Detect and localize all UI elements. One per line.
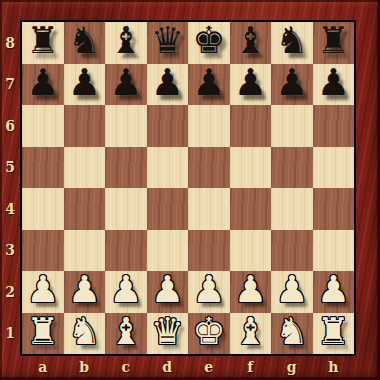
square-g1[interactable]: ♞ bbox=[271, 313, 313, 355]
square-g6[interactable] bbox=[271, 105, 313, 147]
square-g8[interactable]: ♞ bbox=[271, 22, 313, 64]
square-h5[interactable] bbox=[313, 147, 355, 189]
square-h2[interactable]: ♟ bbox=[313, 271, 355, 313]
piece-white-pawn[interactable]: ♟ bbox=[317, 271, 350, 308]
piece-black-queen[interactable]: ♛ bbox=[151, 22, 184, 59]
file-label-f: f bbox=[230, 356, 272, 378]
piece-black-pawn[interactable]: ♟ bbox=[68, 64, 101, 101]
square-c2[interactable]: ♟ bbox=[105, 271, 147, 313]
square-c8[interactable]: ♝ bbox=[105, 22, 147, 64]
piece-white-pawn[interactable]: ♟ bbox=[275, 271, 308, 308]
square-e3[interactable] bbox=[188, 230, 230, 272]
chess-board[interactable]: ♜♞♝♛♚♝♞♜♟♟♟♟♟♟♟♟♟♟♟♟♟♟♟♟♜♞♝♛♚♝♞♜ bbox=[20, 20, 356, 356]
square-d3[interactable] bbox=[147, 230, 189, 272]
square-c3[interactable] bbox=[105, 230, 147, 272]
piece-white-rook[interactable]: ♜ bbox=[26, 313, 59, 350]
square-b2[interactable]: ♟ bbox=[64, 271, 106, 313]
square-d1[interactable]: ♛ bbox=[147, 313, 189, 355]
square-e4[interactable] bbox=[188, 188, 230, 230]
square-c6[interactable] bbox=[105, 105, 147, 147]
square-g4[interactable] bbox=[271, 188, 313, 230]
chess-app: ♜♞♝♛♚♝♞♜♟♟♟♟♟♟♟♟♟♟♟♟♟♟♟♟♜♞♝♛♚♝♞♜ 8765432… bbox=[0, 0, 380, 380]
square-g7[interactable]: ♟ bbox=[271, 64, 313, 106]
piece-black-pawn[interactable]: ♟ bbox=[192, 64, 225, 101]
rank-label-1: 1 bbox=[0, 313, 20, 355]
square-d2[interactable]: ♟ bbox=[147, 271, 189, 313]
file-label-e: e bbox=[188, 356, 230, 378]
square-e8[interactable]: ♚ bbox=[188, 22, 230, 64]
piece-white-pawn[interactable]: ♟ bbox=[26, 271, 59, 308]
square-a7[interactable]: ♟ bbox=[22, 64, 64, 106]
piece-white-pawn[interactable]: ♟ bbox=[192, 271, 225, 308]
square-b6[interactable] bbox=[64, 105, 106, 147]
square-b3[interactable] bbox=[64, 230, 106, 272]
rank-labels: 87654321 bbox=[0, 22, 20, 354]
file-labels: abcdefgh bbox=[22, 356, 354, 378]
piece-white-bishop[interactable]: ♝ bbox=[109, 313, 142, 350]
square-f8[interactable]: ♝ bbox=[230, 22, 272, 64]
square-h1[interactable]: ♜ bbox=[313, 313, 355, 355]
square-g3[interactable] bbox=[271, 230, 313, 272]
square-b1[interactable]: ♞ bbox=[64, 313, 106, 355]
square-f6[interactable] bbox=[230, 105, 272, 147]
rank-label-7: 7 bbox=[0, 64, 20, 106]
square-d7[interactable]: ♟ bbox=[147, 64, 189, 106]
piece-white-pawn[interactable]: ♟ bbox=[68, 271, 101, 308]
square-f4[interactable] bbox=[230, 188, 272, 230]
rank-label-2: 2 bbox=[0, 271, 20, 313]
square-f5[interactable] bbox=[230, 147, 272, 189]
piece-black-pawn[interactable]: ♟ bbox=[151, 64, 184, 101]
piece-black-knight[interactable]: ♞ bbox=[275, 22, 308, 59]
square-d4[interactable] bbox=[147, 188, 189, 230]
piece-black-king[interactable]: ♚ bbox=[192, 22, 225, 59]
file-label-d: d bbox=[147, 356, 189, 378]
piece-white-queen[interactable]: ♛ bbox=[151, 313, 184, 350]
piece-black-pawn[interactable]: ♟ bbox=[234, 64, 267, 101]
square-c1[interactable]: ♝ bbox=[105, 313, 147, 355]
piece-black-knight[interactable]: ♞ bbox=[68, 22, 101, 59]
square-c4[interactable] bbox=[105, 188, 147, 230]
piece-white-knight[interactable]: ♞ bbox=[275, 313, 308, 350]
piece-white-pawn[interactable]: ♟ bbox=[109, 271, 142, 308]
rank-label-8: 8 bbox=[0, 22, 20, 64]
square-f2[interactable]: ♟ bbox=[230, 271, 272, 313]
file-label-b: b bbox=[64, 356, 106, 378]
square-g2[interactable]: ♟ bbox=[271, 271, 313, 313]
rank-label-3: 3 bbox=[0, 230, 20, 272]
square-e5[interactable] bbox=[188, 147, 230, 189]
file-label-h: h bbox=[313, 356, 355, 378]
square-b7[interactable]: ♟ bbox=[64, 64, 106, 106]
piece-black-pawn[interactable]: ♟ bbox=[317, 64, 350, 101]
square-e2[interactable]: ♟ bbox=[188, 271, 230, 313]
square-d5[interactable] bbox=[147, 147, 189, 189]
square-e6[interactable] bbox=[188, 105, 230, 147]
piece-black-pawn[interactable]: ♟ bbox=[109, 64, 142, 101]
piece-white-rook[interactable]: ♜ bbox=[317, 313, 350, 350]
square-h4[interactable] bbox=[313, 188, 355, 230]
square-a4[interactable] bbox=[22, 188, 64, 230]
square-f3[interactable] bbox=[230, 230, 272, 272]
square-f1[interactable]: ♝ bbox=[230, 313, 272, 355]
piece-black-bishop[interactable]: ♝ bbox=[234, 22, 267, 59]
piece-white-knight[interactable]: ♞ bbox=[68, 313, 101, 350]
square-e1[interactable]: ♚ bbox=[188, 313, 230, 355]
square-a5[interactable] bbox=[22, 147, 64, 189]
piece-white-pawn[interactable]: ♟ bbox=[151, 271, 184, 308]
file-label-a: a bbox=[22, 356, 64, 378]
square-d8[interactable]: ♛ bbox=[147, 22, 189, 64]
square-g5[interactable] bbox=[271, 147, 313, 189]
square-a1[interactable]: ♜ bbox=[22, 313, 64, 355]
square-d6[interactable] bbox=[147, 105, 189, 147]
square-c5[interactable] bbox=[105, 147, 147, 189]
square-h3[interactable] bbox=[313, 230, 355, 272]
file-label-c: c bbox=[105, 356, 147, 378]
square-a8[interactable]: ♜ bbox=[22, 22, 64, 64]
square-a6[interactable] bbox=[22, 105, 64, 147]
rank-label-6: 6 bbox=[0, 105, 20, 147]
square-f7[interactable]: ♟ bbox=[230, 64, 272, 106]
square-h6[interactable] bbox=[313, 105, 355, 147]
piece-white-king[interactable]: ♚ bbox=[192, 313, 225, 350]
file-label-g: g bbox=[271, 356, 313, 378]
square-b4[interactable] bbox=[64, 188, 106, 230]
piece-black-bishop[interactable]: ♝ bbox=[109, 22, 142, 59]
square-h7[interactable]: ♟ bbox=[313, 64, 355, 106]
square-h8[interactable]: ♜ bbox=[313, 22, 355, 64]
square-a2[interactable]: ♟ bbox=[22, 271, 64, 313]
piece-black-rook[interactable]: ♜ bbox=[26, 22, 59, 59]
square-a3[interactable] bbox=[22, 230, 64, 272]
piece-black-pawn[interactable]: ♟ bbox=[275, 64, 308, 101]
piece-white-bishop[interactable]: ♝ bbox=[234, 313, 267, 350]
square-e7[interactable]: ♟ bbox=[188, 64, 230, 106]
square-c7[interactable]: ♟ bbox=[105, 64, 147, 106]
rank-label-4: 4 bbox=[0, 188, 20, 230]
square-b5[interactable] bbox=[64, 147, 106, 189]
piece-black-pawn[interactable]: ♟ bbox=[26, 64, 59, 101]
square-b8[interactable]: ♞ bbox=[64, 22, 106, 64]
piece-black-rook[interactable]: ♜ bbox=[317, 22, 350, 59]
rank-label-5: 5 bbox=[0, 147, 20, 189]
piece-white-pawn[interactable]: ♟ bbox=[234, 271, 267, 308]
